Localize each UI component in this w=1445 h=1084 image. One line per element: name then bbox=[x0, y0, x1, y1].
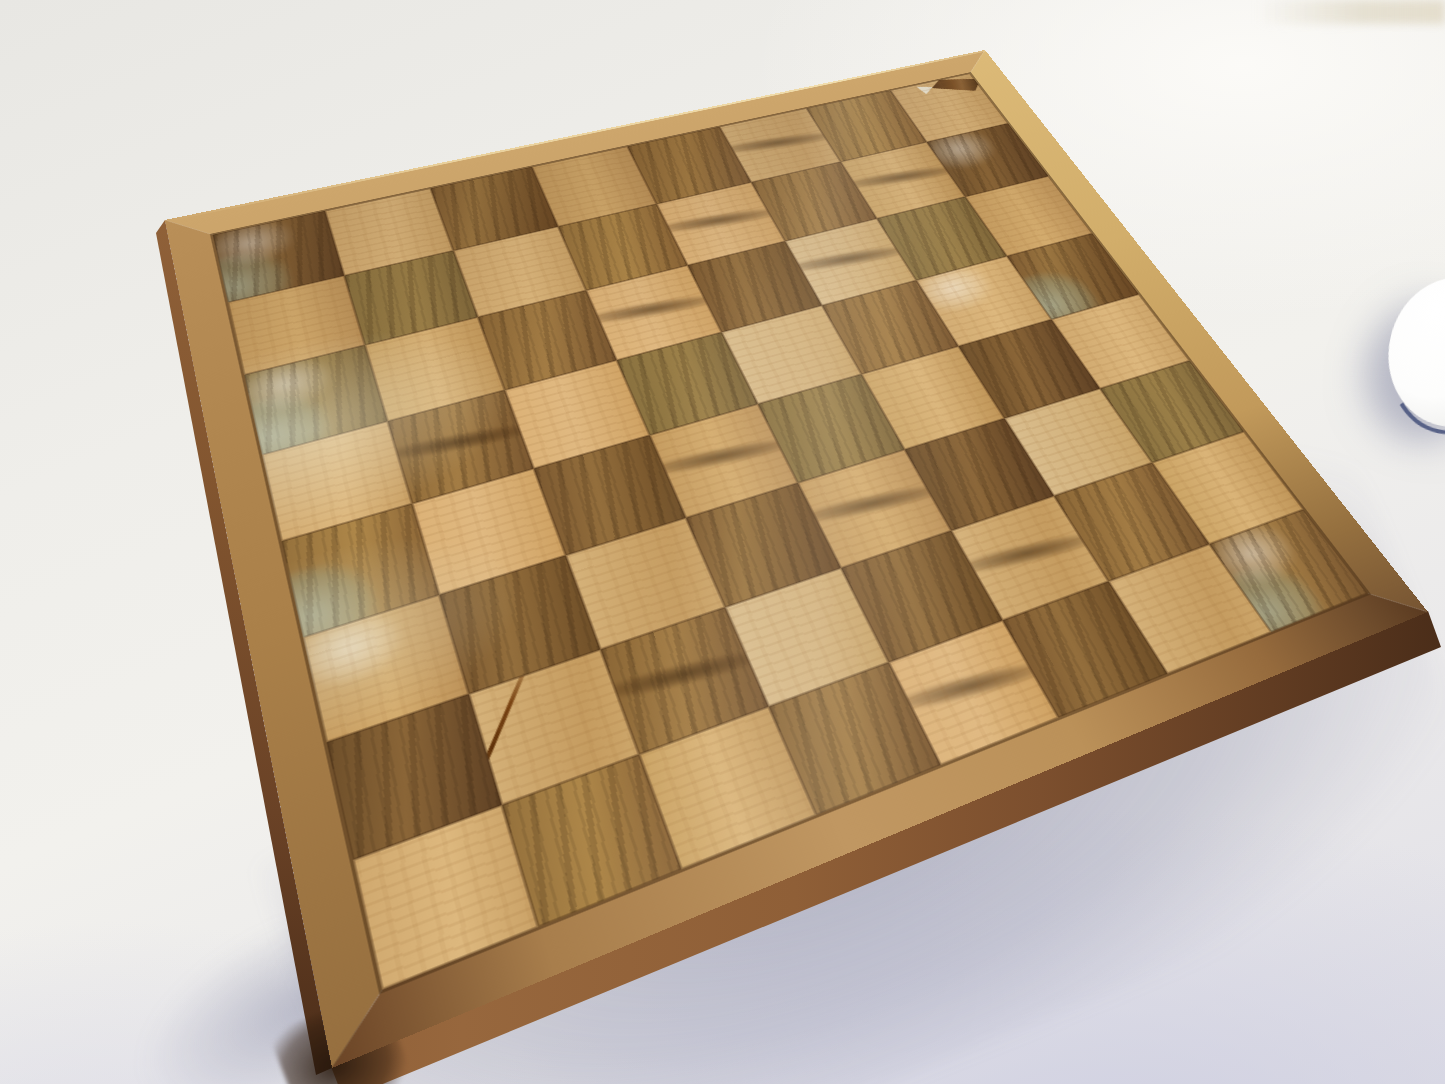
blurred-background-object bbox=[1255, 0, 1445, 24]
streak-detail bbox=[958, 530, 1095, 576]
streak-detail bbox=[387, 421, 531, 462]
streak-detail bbox=[602, 647, 760, 703]
streak-detail bbox=[788, 244, 907, 274]
white-dish bbox=[1375, 265, 1445, 439]
streak-detail bbox=[651, 436, 790, 477]
streak-detail bbox=[895, 659, 1044, 714]
inlay-sliver bbox=[916, 84, 936, 95]
streak-detail bbox=[658, 206, 778, 235]
streak-detail bbox=[587, 292, 716, 325]
streak-detail bbox=[722, 130, 834, 155]
streak-detail bbox=[802, 482, 940, 526]
streak-detail bbox=[845, 164, 956, 190]
